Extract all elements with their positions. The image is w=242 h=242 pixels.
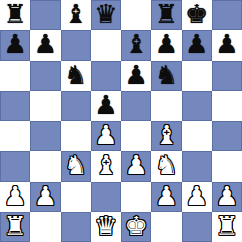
square-g5[interactable]: [182, 91, 212, 121]
piece-white-pawn-d4[interactable]: ♟: [94, 122, 117, 148]
square-d3[interactable]: ♝: [91, 151, 121, 181]
piece-black-bishop-e7[interactable]: ♝: [124, 31, 147, 57]
square-c6[interactable]: ♞: [61, 61, 91, 91]
square-h3[interactable]: [212, 151, 242, 181]
square-b8[interactable]: [30, 0, 60, 30]
square-c2[interactable]: [61, 182, 91, 212]
square-e8[interactable]: [121, 0, 151, 30]
square-a7[interactable]: ♟: [0, 30, 30, 60]
square-c4[interactable]: [61, 121, 91, 151]
square-c8[interactable]: ♝: [61, 0, 91, 30]
piece-white-king-e1[interactable]: ♚: [124, 213, 147, 239]
square-e6[interactable]: ♟: [121, 61, 151, 91]
square-e3[interactable]: ♟: [121, 151, 151, 181]
square-a1[interactable]: ♜: [0, 212, 30, 242]
square-d2[interactable]: [91, 182, 121, 212]
piece-black-king-g8[interactable]: ♚: [185, 1, 208, 27]
square-g7[interactable]: ♟: [182, 30, 212, 60]
square-f5[interactable]: [151, 91, 181, 121]
chess-board-container: ♜♝♛♜♚♟♟♝♟♟♟♞♟♞♟♟♝♞♝♟♞♟♟♟♟♟♜♛♚♜: [0, 0, 242, 242]
piece-black-pawn-e6[interactable]: ♟: [124, 62, 147, 88]
piece-white-pawn-e3[interactable]: ♟: [124, 152, 147, 178]
piece-white-pawn-g2[interactable]: ♟: [185, 183, 208, 209]
piece-black-pawn-h7[interactable]: ♟: [215, 31, 238, 57]
square-d1[interactable]: ♛: [91, 212, 121, 242]
square-h7[interactable]: ♟: [212, 30, 242, 60]
square-f2[interactable]: ♟: [151, 182, 181, 212]
piece-black-pawn-a7[interactable]: ♟: [3, 31, 26, 57]
piece-white-pawn-b2[interactable]: ♟: [34, 183, 57, 209]
piece-white-pawn-a2[interactable]: ♟: [3, 183, 26, 209]
square-h2[interactable]: ♟: [212, 182, 242, 212]
square-e1[interactable]: ♚: [121, 212, 151, 242]
piece-white-bishop-f4[interactable]: ♝: [155, 122, 178, 148]
square-g3[interactable]: [182, 151, 212, 181]
piece-black-knight-f6[interactable]: ♞: [155, 62, 178, 88]
square-b1[interactable]: [30, 212, 60, 242]
square-a6[interactable]: [0, 61, 30, 91]
piece-black-rook-f8[interactable]: ♜: [155, 1, 178, 27]
square-b7[interactable]: ♟: [30, 30, 60, 60]
square-d5[interactable]: ♟: [91, 91, 121, 121]
square-b3[interactable]: [30, 151, 60, 181]
square-c7[interactable]: [61, 30, 91, 60]
square-h6[interactable]: [212, 61, 242, 91]
square-e7[interactable]: ♝: [121, 30, 151, 60]
square-d4[interactable]: ♟: [91, 121, 121, 151]
square-e5[interactable]: [121, 91, 151, 121]
piece-black-knight-c6[interactable]: ♞: [64, 62, 87, 88]
square-g2[interactable]: ♟: [182, 182, 212, 212]
square-c5[interactable]: [61, 91, 91, 121]
square-f7[interactable]: ♟: [151, 30, 181, 60]
square-g1[interactable]: [182, 212, 212, 242]
piece-black-queen-d8[interactable]: ♛: [94, 1, 117, 27]
square-a8[interactable]: ♜: [0, 0, 30, 30]
square-a3[interactable]: [0, 151, 30, 181]
square-a5[interactable]: [0, 91, 30, 121]
piece-white-knight-c3[interactable]: ♞: [64, 152, 87, 178]
piece-white-bishop-d3[interactable]: ♝: [94, 152, 117, 178]
square-b4[interactable]: [30, 121, 60, 151]
square-f8[interactable]: ♜: [151, 0, 181, 30]
square-f4[interactable]: ♝: [151, 121, 181, 151]
square-f1[interactable]: [151, 212, 181, 242]
square-d6[interactable]: [91, 61, 121, 91]
square-e4[interactable]: [121, 121, 151, 151]
piece-white-pawn-h2[interactable]: ♟: [215, 183, 238, 209]
square-b6[interactable]: [30, 61, 60, 91]
square-b5[interactable]: [30, 91, 60, 121]
square-g6[interactable]: [182, 61, 212, 91]
square-h5[interactable]: [212, 91, 242, 121]
square-d7[interactable]: [91, 30, 121, 60]
square-h4[interactable]: [212, 121, 242, 151]
square-a4[interactable]: [0, 121, 30, 151]
square-g4[interactable]: [182, 121, 212, 151]
square-c1[interactable]: [61, 212, 91, 242]
square-f6[interactable]: ♞: [151, 61, 181, 91]
square-d8[interactable]: ♛: [91, 0, 121, 30]
square-e2[interactable]: [121, 182, 151, 212]
piece-white-queen-d1[interactable]: ♛: [94, 213, 117, 239]
square-g8[interactable]: ♚: [182, 0, 212, 30]
piece-black-pawn-b7[interactable]: ♟: [34, 31, 57, 57]
piece-white-rook-h1[interactable]: ♜: [215, 213, 238, 239]
piece-black-rook-a8[interactable]: ♜: [3, 1, 26, 27]
square-b2[interactable]: ♟: [30, 182, 60, 212]
piece-black-pawn-g7[interactable]: ♟: [185, 31, 208, 57]
piece-black-bishop-c8[interactable]: ♝: [64, 1, 87, 27]
piece-white-rook-a1[interactable]: ♜: [3, 213, 26, 239]
piece-black-pawn-d5[interactable]: ♟: [94, 92, 117, 118]
piece-white-knight-f3[interactable]: ♞: [155, 152, 178, 178]
piece-black-pawn-f7[interactable]: ♟: [155, 31, 178, 57]
square-h8[interactable]: [212, 0, 242, 30]
square-f3[interactable]: ♞: [151, 151, 181, 181]
square-a2[interactable]: ♟: [0, 182, 30, 212]
square-c3[interactable]: ♞: [61, 151, 91, 181]
chess-board: ♜♝♛♜♚♟♟♝♟♟♟♞♟♞♟♟♝♞♝♟♞♟♟♟♟♟♜♛♚♜: [0, 0, 242, 242]
square-h1[interactable]: ♜: [212, 212, 242, 242]
piece-white-pawn-f2[interactable]: ♟: [155, 183, 178, 209]
